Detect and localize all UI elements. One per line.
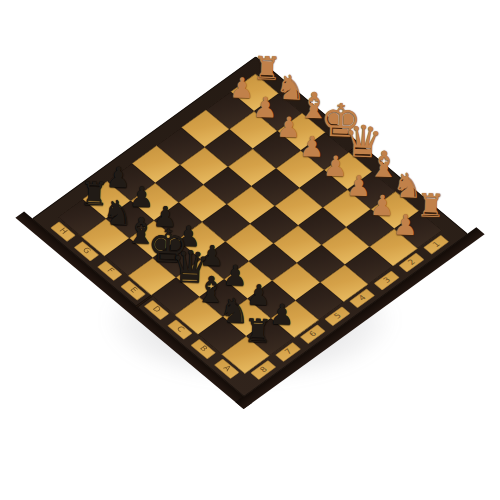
rank-label-text: 2 [406,258,416,266]
rank-label-text: 3 [382,276,392,284]
piece-white-bishop: ♝ [366,147,401,182]
photo-background: ABCDEFGH 87654321 ♜♞♝♛♚♝♞♜♟♟♟♟♟♟♟♟♟♟♟♟♟♟… [0,0,500,500]
file-label-text: E [128,286,138,294]
rank-label-text: 7 [283,348,293,356]
rank-label-text: 5 [332,312,342,320]
piece-white-knight: ♞ [273,71,308,104]
piece-white-rook: ♜ [249,53,284,85]
file-label-text: D [151,306,162,315]
file-label-text: H [57,227,68,236]
rank-label-text: 8 [258,366,268,374]
file-label-text: G [81,247,92,256]
piece-white-rook: ♜ [413,190,448,222]
rank-label-text: 1 [431,241,441,249]
file-label-text: C [174,325,185,333]
file-label-text: B [198,345,209,353]
file-label-text: A [221,365,232,373]
file-label-text: F [105,267,115,275]
piece-white-king: ♚ [319,99,355,144]
piece-white-queen: ♛ [343,120,378,163]
piece-white-knight: ♞ [390,169,425,202]
rank-label-text: 6 [308,330,318,338]
piece-white-bishop: ♝ [296,89,331,124]
rank-label-text: 4 [357,294,367,302]
